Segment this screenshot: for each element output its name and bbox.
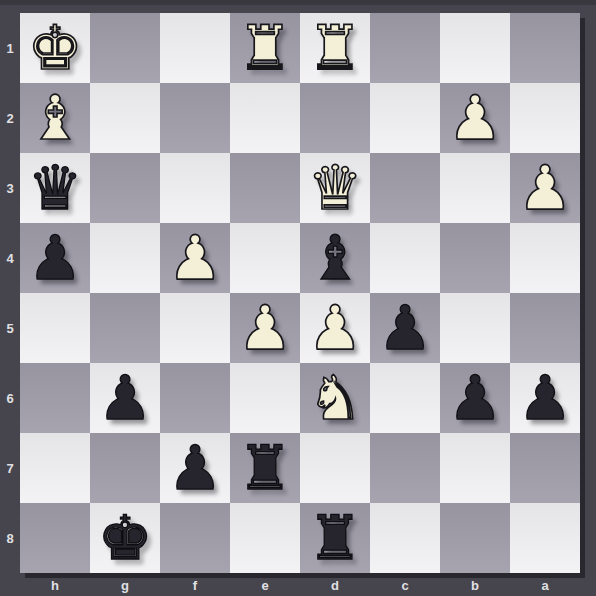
square-c2[interactable] xyxy=(370,83,440,153)
square-b1[interactable] xyxy=(440,13,510,83)
file-label-b: b xyxy=(440,575,510,596)
square-e3[interactable] xyxy=(230,153,300,223)
square-d5[interactable]: ♟ xyxy=(300,293,370,363)
rank-labels: 12345678 xyxy=(0,13,20,573)
square-c6[interactable] xyxy=(370,363,440,433)
square-h2[interactable]: ♝ xyxy=(20,83,90,153)
rank-label-3: 3 xyxy=(0,153,20,223)
rank-label-5: 5 xyxy=(0,293,20,363)
square-e1[interactable]: ♜ xyxy=(230,13,300,83)
square-d7[interactable] xyxy=(300,433,370,503)
square-h3[interactable]: ♛ xyxy=(20,153,90,223)
black-pawn[interactable]: ♟ xyxy=(448,363,503,433)
file-label-e: e xyxy=(230,575,300,596)
square-e4[interactable] xyxy=(230,223,300,293)
white-knight[interactable]: ♞ xyxy=(308,363,363,433)
square-c7[interactable] xyxy=(370,433,440,503)
chess-board: ♚♜♜♝♟♛♛♟♟♟♝♟♟♟♟♞♟♟♟♜♚♜ xyxy=(20,13,580,573)
file-label-c: c xyxy=(370,575,440,596)
file-label-h: h xyxy=(20,575,90,596)
square-f1[interactable] xyxy=(160,13,230,83)
file-label-f: f xyxy=(160,575,230,596)
square-c8[interactable] xyxy=(370,503,440,573)
square-e2[interactable] xyxy=(230,83,300,153)
square-a1[interactable] xyxy=(510,13,580,83)
square-b2[interactable]: ♟ xyxy=(440,83,510,153)
black-rook[interactable]: ♜ xyxy=(308,503,363,573)
square-f3[interactable] xyxy=(160,153,230,223)
square-g8[interactable]: ♚ xyxy=(90,503,160,573)
white-queen[interactable]: ♛ xyxy=(308,153,363,223)
square-a5[interactable] xyxy=(510,293,580,363)
square-g5[interactable] xyxy=(90,293,160,363)
white-bishop[interactable]: ♝ xyxy=(28,83,83,153)
square-d2[interactable] xyxy=(300,83,370,153)
rank-label-2: 2 xyxy=(0,83,20,153)
square-g7[interactable] xyxy=(90,433,160,503)
square-c4[interactable] xyxy=(370,223,440,293)
square-h7[interactable] xyxy=(20,433,90,503)
square-f8[interactable] xyxy=(160,503,230,573)
square-h8[interactable] xyxy=(20,503,90,573)
square-c5[interactable]: ♟ xyxy=(370,293,440,363)
black-pawn[interactable]: ♟ xyxy=(378,293,433,363)
white-pawn[interactable]: ♟ xyxy=(518,153,573,223)
square-d4[interactable]: ♝ xyxy=(300,223,370,293)
white-pawn[interactable]: ♟ xyxy=(168,223,223,293)
square-f4[interactable]: ♟ xyxy=(160,223,230,293)
square-a2[interactable] xyxy=(510,83,580,153)
square-g2[interactable] xyxy=(90,83,160,153)
square-b5[interactable] xyxy=(440,293,510,363)
square-a3[interactable]: ♟ xyxy=(510,153,580,223)
square-h4[interactable]: ♟ xyxy=(20,223,90,293)
square-e5[interactable]: ♟ xyxy=(230,293,300,363)
square-d1[interactable]: ♜ xyxy=(300,13,370,83)
black-pawn[interactable]: ♟ xyxy=(518,363,573,433)
black-pawn[interactable]: ♟ xyxy=(168,433,223,503)
square-d6[interactable]: ♞ xyxy=(300,363,370,433)
black-pawn[interactable]: ♟ xyxy=(98,363,153,433)
white-rook[interactable]: ♜ xyxy=(308,13,363,83)
square-c1[interactable] xyxy=(370,13,440,83)
square-g1[interactable] xyxy=(90,13,160,83)
file-labels: hgfedcba xyxy=(20,575,580,596)
square-g6[interactable]: ♟ xyxy=(90,363,160,433)
square-f7[interactable]: ♟ xyxy=(160,433,230,503)
square-h1[interactable]: ♚ xyxy=(20,13,90,83)
rank-label-4: 4 xyxy=(0,223,20,293)
square-h5[interactable] xyxy=(20,293,90,363)
black-pawn[interactable]: ♟ xyxy=(28,223,83,293)
square-a8[interactable] xyxy=(510,503,580,573)
rank-label-1: 1 xyxy=(0,13,20,83)
square-a7[interactable] xyxy=(510,433,580,503)
white-pawn[interactable]: ♟ xyxy=(308,293,363,363)
white-pawn[interactable]: ♟ xyxy=(238,293,293,363)
square-b3[interactable] xyxy=(440,153,510,223)
square-a4[interactable] xyxy=(510,223,580,293)
square-g4[interactable] xyxy=(90,223,160,293)
square-d3[interactable]: ♛ xyxy=(300,153,370,223)
black-queen[interactable]: ♛ xyxy=(28,153,83,223)
file-label-d: d xyxy=(300,575,370,596)
square-f6[interactable] xyxy=(160,363,230,433)
square-b4[interactable] xyxy=(440,223,510,293)
white-king[interactable]: ♚ xyxy=(28,13,83,83)
square-a6[interactable]: ♟ xyxy=(510,363,580,433)
rank-label-8: 8 xyxy=(0,503,20,573)
square-e8[interactable] xyxy=(230,503,300,573)
square-f2[interactable] xyxy=(160,83,230,153)
square-e6[interactable] xyxy=(230,363,300,433)
file-label-g: g xyxy=(90,575,160,596)
square-e7[interactable]: ♜ xyxy=(230,433,300,503)
white-rook[interactable]: ♜ xyxy=(238,13,293,83)
square-f5[interactable] xyxy=(160,293,230,363)
rank-label-7: 7 xyxy=(0,433,20,503)
white-pawn[interactable]: ♟ xyxy=(448,83,503,153)
square-h6[interactable] xyxy=(20,363,90,433)
square-d8[interactable]: ♜ xyxy=(300,503,370,573)
rank-label-6: 6 xyxy=(0,363,20,433)
square-b8[interactable] xyxy=(440,503,510,573)
black-bishop[interactable]: ♝ xyxy=(308,223,363,293)
black-rook[interactable]: ♜ xyxy=(238,433,293,503)
square-b7[interactable] xyxy=(440,433,510,503)
board-frame: 12345678 ♚♜♜♝♟♛♛♟♟♟♝♟♟♟♟♞♟♟♟♜♚♜ hgfedcba xyxy=(0,0,596,596)
square-g3[interactable] xyxy=(90,153,160,223)
black-king[interactable]: ♚ xyxy=(98,503,153,573)
square-b6[interactable]: ♟ xyxy=(440,363,510,433)
file-label-a: a xyxy=(510,575,580,596)
square-c3[interactable] xyxy=(370,153,440,223)
